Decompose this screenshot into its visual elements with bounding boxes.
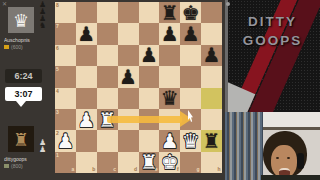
- file-label-b: b: [92, 167, 95, 172]
- top-player-flag-icon: [4, 45, 9, 49]
- square-a7[interactable]: 7: [55, 23, 76, 44]
- channel-title-line2: GOOPS: [225, 31, 320, 50]
- file-label-g: g: [197, 167, 200, 172]
- bottom-player-clock: 3:07: [5, 87, 42, 101]
- rank-label-5: 5: [56, 67, 59, 72]
- streamer-eye: [276, 157, 279, 159]
- streamer-headphones: [297, 153, 304, 169]
- square-b1[interactable]: b: [76, 152, 97, 173]
- square-e8[interactable]: [139, 2, 160, 23]
- top-player-name[interactable]: Auschopnis: [4, 37, 54, 43]
- captured-piece-icon: ♟: [39, 146, 51, 153]
- bottom-player-rating: (800): [11, 163, 23, 169]
- rank-label-7: 7: [56, 24, 59, 29]
- piece-black-rook-f8[interactable]: ♜: [161, 3, 179, 23]
- square-c4[interactable]: [97, 88, 118, 109]
- square-h4[interactable]: [201, 88, 222, 109]
- square-d6[interactable]: [118, 45, 139, 66]
- square-d2[interactable]: [118, 130, 139, 151]
- chess-board[interactable]: 8♜♚7♟♟♟6♟♟5♟4♛3♟♜2♟♟♛♜1abcde♜f♚gh: [55, 2, 222, 173]
- bottom-captured-pieces: ♟♟: [39, 139, 51, 153]
- bottom-player-flag-icon: [4, 164, 9, 168]
- piece-black-pawn-h6[interactable]: ♟: [203, 45, 221, 65]
- square-a4[interactable]: 4: [55, 88, 76, 109]
- square-e1[interactable]: e♜: [139, 152, 160, 173]
- square-a8[interactable]: 8: [55, 2, 76, 23]
- piece-white-queen-g2[interactable]: ♛: [182, 131, 200, 151]
- square-a6[interactable]: 6: [55, 45, 76, 66]
- webcam-curtain: [225, 112, 263, 180]
- square-d8[interactable]: [118, 2, 139, 23]
- top-player-rating: (600): [11, 44, 23, 50]
- square-h8[interactable]: [201, 2, 222, 23]
- square-a1[interactable]: 1a: [55, 152, 76, 173]
- square-h5[interactable]: [201, 66, 222, 87]
- square-f4[interactable]: ♛: [159, 88, 180, 109]
- bottom-player-meta: (800): [4, 163, 54, 169]
- square-b3[interactable]: ♟: [76, 109, 97, 130]
- square-e4[interactable]: [139, 88, 160, 109]
- square-b2[interactable]: [76, 130, 97, 151]
- piece-white-pawn-f2[interactable]: ♟: [161, 131, 179, 151]
- square-h1[interactable]: h: [201, 152, 222, 173]
- square-b6[interactable]: [76, 45, 97, 66]
- stream-frame: ✕ ♛ ♟♟♟♞ Auschopnis (600) 6:24 3:07 ♜ ♟♟…: [0, 0, 320, 180]
- rank-label-6: 6: [56, 46, 59, 51]
- active-clock-pointer: [16, 101, 26, 107]
- square-c7[interactable]: [97, 23, 118, 44]
- streamer-eye: [287, 157, 290, 159]
- square-c2[interactable]: [97, 130, 118, 151]
- square-g4[interactable]: [180, 88, 201, 109]
- channel-title-line1: DITTY: [225, 12, 320, 31]
- close-icon[interactable]: ✕: [2, 0, 7, 7]
- rank-label-4: 4: [56, 89, 59, 94]
- stream-banner: DITTY GOOPS: [225, 0, 320, 112]
- square-d4[interactable]: [118, 88, 139, 109]
- piece-black-pawn-g7[interactable]: ♟: [182, 24, 200, 44]
- piece-white-king-f1[interactable]: ♚: [161, 152, 179, 172]
- piece-black-pawn-d5[interactable]: ♟: [119, 67, 137, 87]
- rank-label-8: 8: [56, 3, 59, 8]
- file-label-a: a: [72, 167, 75, 172]
- square-f7[interactable]: ♟: [159, 23, 180, 44]
- square-f2[interactable]: ♟: [159, 130, 180, 151]
- bottom-player-name[interactable]: dittygoops: [4, 156, 54, 162]
- square-d5[interactable]: ♟: [118, 66, 139, 87]
- piece-black-king-g8[interactable]: ♚: [182, 3, 200, 23]
- square-g8[interactable]: ♚: [180, 2, 201, 23]
- square-d7[interactable]: [118, 23, 139, 44]
- square-c1[interactable]: c: [97, 152, 118, 173]
- square-a5[interactable]: 5: [55, 66, 76, 87]
- top-player-avatar[interactable]: ♛: [8, 7, 34, 33]
- piece-black-queen-f4[interactable]: ♛: [161, 88, 179, 108]
- square-f1[interactable]: f♚: [159, 152, 180, 173]
- square-h7[interactable]: [201, 23, 222, 44]
- square-f6[interactable]: [159, 45, 180, 66]
- square-f8[interactable]: ♜: [159, 2, 180, 23]
- top-player-meta: (600): [4, 44, 54, 50]
- square-f5[interactable]: [159, 66, 180, 87]
- piece-black-pawn-e6[interactable]: ♟: [140, 45, 158, 65]
- analysis-arrow: [107, 116, 182, 123]
- avatar-piece-icon: ♛: [13, 10, 29, 31]
- file-label-h: h: [217, 167, 220, 172]
- streamer-shoulder: [261, 175, 320, 180]
- record-dot-icon: [226, 2, 230, 6]
- square-c5[interactable]: [97, 66, 118, 87]
- square-g7[interactable]: ♟: [180, 23, 201, 44]
- piece-black-pawn-b7[interactable]: ♟: [77, 24, 95, 44]
- top-player-clock: 6:24: [5, 69, 42, 83]
- piece-black-rook-h2[interactable]: ♜: [203, 131, 221, 151]
- square-e2[interactable]: [139, 130, 160, 151]
- piece-white-pawn-a2[interactable]: ♟: [56, 131, 74, 151]
- square-c8[interactable]: [97, 2, 118, 23]
- rank-label-1: 1: [56, 153, 59, 158]
- square-g6[interactable]: [180, 45, 201, 66]
- square-a2[interactable]: 2♟: [55, 130, 76, 151]
- webcam-feed: [225, 112, 320, 180]
- square-b8[interactable]: [76, 2, 97, 23]
- square-e5[interactable]: [139, 66, 160, 87]
- square-e6[interactable]: ♟: [139, 45, 160, 66]
- square-h2[interactable]: ♜: [201, 130, 222, 151]
- square-c6[interactable]: [97, 45, 118, 66]
- webcam-wall-edge: [261, 127, 320, 130]
- piece-white-rook-e1[interactable]: ♜: [140, 152, 158, 172]
- square-d1[interactable]: d: [118, 152, 139, 173]
- avatar-piece-icon: ♜: [13, 129, 29, 150]
- file-label-d: d: [134, 167, 137, 172]
- square-e7[interactable]: [139, 23, 160, 44]
- top-captured-pieces: ♟♟♟♞: [39, 1, 51, 29]
- bottom-player-avatar[interactable]: ♜: [8, 126, 34, 152]
- piece-white-pawn-b3[interactable]: ♟: [77, 110, 95, 130]
- captured-piece-icon: ♞: [39, 22, 51, 29]
- square-g5[interactable]: [180, 66, 201, 87]
- square-h3[interactable]: [201, 109, 222, 130]
- square-g1[interactable]: g: [180, 152, 201, 173]
- piece-black-pawn-f7[interactable]: ♟: [161, 24, 179, 44]
- file-label-c: c: [113, 167, 116, 172]
- square-b7[interactable]: ♟: [76, 23, 97, 44]
- square-b4[interactable]: [76, 88, 97, 109]
- rank-label-3: 3: [56, 110, 59, 115]
- square-a3[interactable]: 3: [55, 109, 76, 130]
- square-h6[interactable]: ♟: [201, 45, 222, 66]
- square-g2[interactable]: ♛: [180, 130, 201, 151]
- square-b5[interactable]: [76, 66, 97, 87]
- channel-title: DITTY GOOPS: [225, 12, 320, 50]
